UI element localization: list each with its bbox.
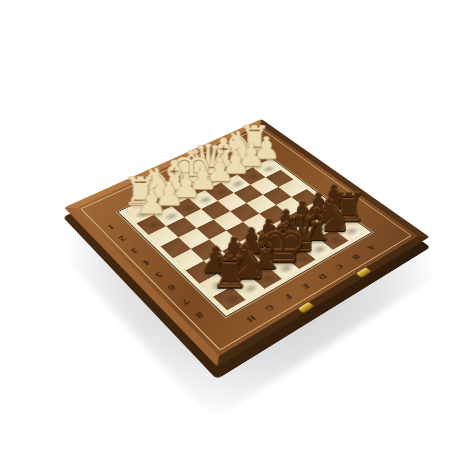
file-label: F	[274, 287, 302, 306]
rank-label: 8	[185, 304, 214, 326]
file-label: A	[359, 239, 385, 256]
file-label: C	[326, 258, 353, 276]
rank-label: 6	[158, 278, 186, 299]
white-pawn-h2[interactable]: ♟	[129, 180, 173, 224]
file-label: E	[292, 277, 320, 296]
black-rook-h8[interactable]: ♜	[205, 249, 254, 298]
rank-label: 1	[99, 218, 124, 236]
file-label: D	[309, 267, 336, 285]
file-label: G	[256, 298, 284, 318]
chess-board: ♜♞♝♚♛♝♞♜♟♟♟♟♟♟♟♟♟♟♟♟♟♟♟♟♜♞♝♚♛♝♞♜ 1234567…	[64, 119, 429, 366]
file-label: H	[237, 309, 266, 329]
photo-scene: ♜♞♝♚♛♝♞♜♟♟♟♟♟♟♟♟♟♟♟♟♟♟♟♟♜♞♝♚♛♝♞♜ 1234567…	[0, 0, 475, 475]
rank-label: 4	[133, 253, 160, 273]
rank-label: 5	[146, 265, 173, 285]
board-frame: ♜♞♝♚♛♝♞♜♟♟♟♟♟♟♟♟♟♟♟♟♟♟♟♟♜♞♝♚♛♝♞♜ 1234567…	[64, 119, 429, 366]
rank-label: 2	[110, 230, 136, 248]
square-h8[interactable]: ♜	[213, 286, 246, 310]
rank-label: 7	[171, 291, 199, 313]
board-grid: ♜♞♝♚♛♝♞♜♟♟♟♟♟♟♟♟♟♟♟♟♟♟♟♟♜♞♝♚♛♝♞♜	[118, 147, 371, 316]
rank-label: 3	[121, 241, 147, 260]
file-label: B	[342, 248, 368, 265]
